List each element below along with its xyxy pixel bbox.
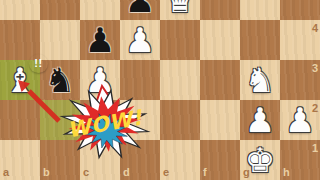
piece-white-pawn-d4[interactable]: ♟ xyxy=(120,20,160,60)
square-h1[interactable] xyxy=(280,140,320,180)
square-f5[interactable] xyxy=(200,0,240,20)
square-c1[interactable] xyxy=(80,140,120,180)
square-h4[interactable] xyxy=(280,20,320,60)
square-h3[interactable] xyxy=(280,60,320,100)
square-d2[interactable] xyxy=(120,100,160,140)
square-e2[interactable] xyxy=(160,100,200,140)
square-g4[interactable] xyxy=(240,20,280,60)
square-a2[interactable] xyxy=(0,100,40,140)
square-g5[interactable] xyxy=(240,0,280,20)
square-f1[interactable] xyxy=(200,140,240,180)
square-b4[interactable] xyxy=(40,20,80,60)
square-d3[interactable] xyxy=(120,60,160,100)
square-e1[interactable] xyxy=(160,140,200,180)
square-e4[interactable] xyxy=(160,20,200,60)
chessboard: 1234abcdefgh♟♛♟♟♝♞♟♞♟♟♚ xyxy=(0,0,320,180)
piece-white-queen-e5[interactable]: ♛ xyxy=(160,0,200,20)
square-f3[interactable] xyxy=(200,60,240,100)
square-e3[interactable] xyxy=(160,60,200,100)
piece-white-pawn-c3[interactable]: ♟ xyxy=(80,60,120,100)
piece-black-pawn-c4[interactable]: ♟ xyxy=(80,20,120,60)
brilliant-move-badge: !! xyxy=(29,54,48,73)
square-b5[interactable] xyxy=(40,0,80,20)
square-d1[interactable] xyxy=(120,140,160,180)
square-c2[interactable] xyxy=(80,100,120,140)
chess-app-stage: 1234abcdefgh♟♛♟♟♝♞♟♞♟♟♚ WOW! !! xyxy=(0,0,320,180)
square-f2[interactable] xyxy=(200,100,240,140)
piece-white-knight-g3[interactable]: ♞ xyxy=(240,60,280,100)
square-h5[interactable] xyxy=(280,0,320,20)
square-b2[interactable] xyxy=(40,100,80,140)
square-b1[interactable] xyxy=(40,140,80,180)
piece-white-pawn-h2[interactable]: ♟ xyxy=(280,100,320,140)
square-a5[interactable] xyxy=(0,0,40,20)
piece-black-pawn-d5[interactable]: ♟ xyxy=(120,0,160,20)
piece-white-pawn-g2[interactable]: ♟ xyxy=(240,100,280,140)
square-c5[interactable] xyxy=(80,0,120,20)
piece-white-king-g1[interactable]: ♚ xyxy=(240,140,280,180)
square-a1[interactable] xyxy=(0,140,40,180)
square-f4[interactable] xyxy=(200,20,240,60)
